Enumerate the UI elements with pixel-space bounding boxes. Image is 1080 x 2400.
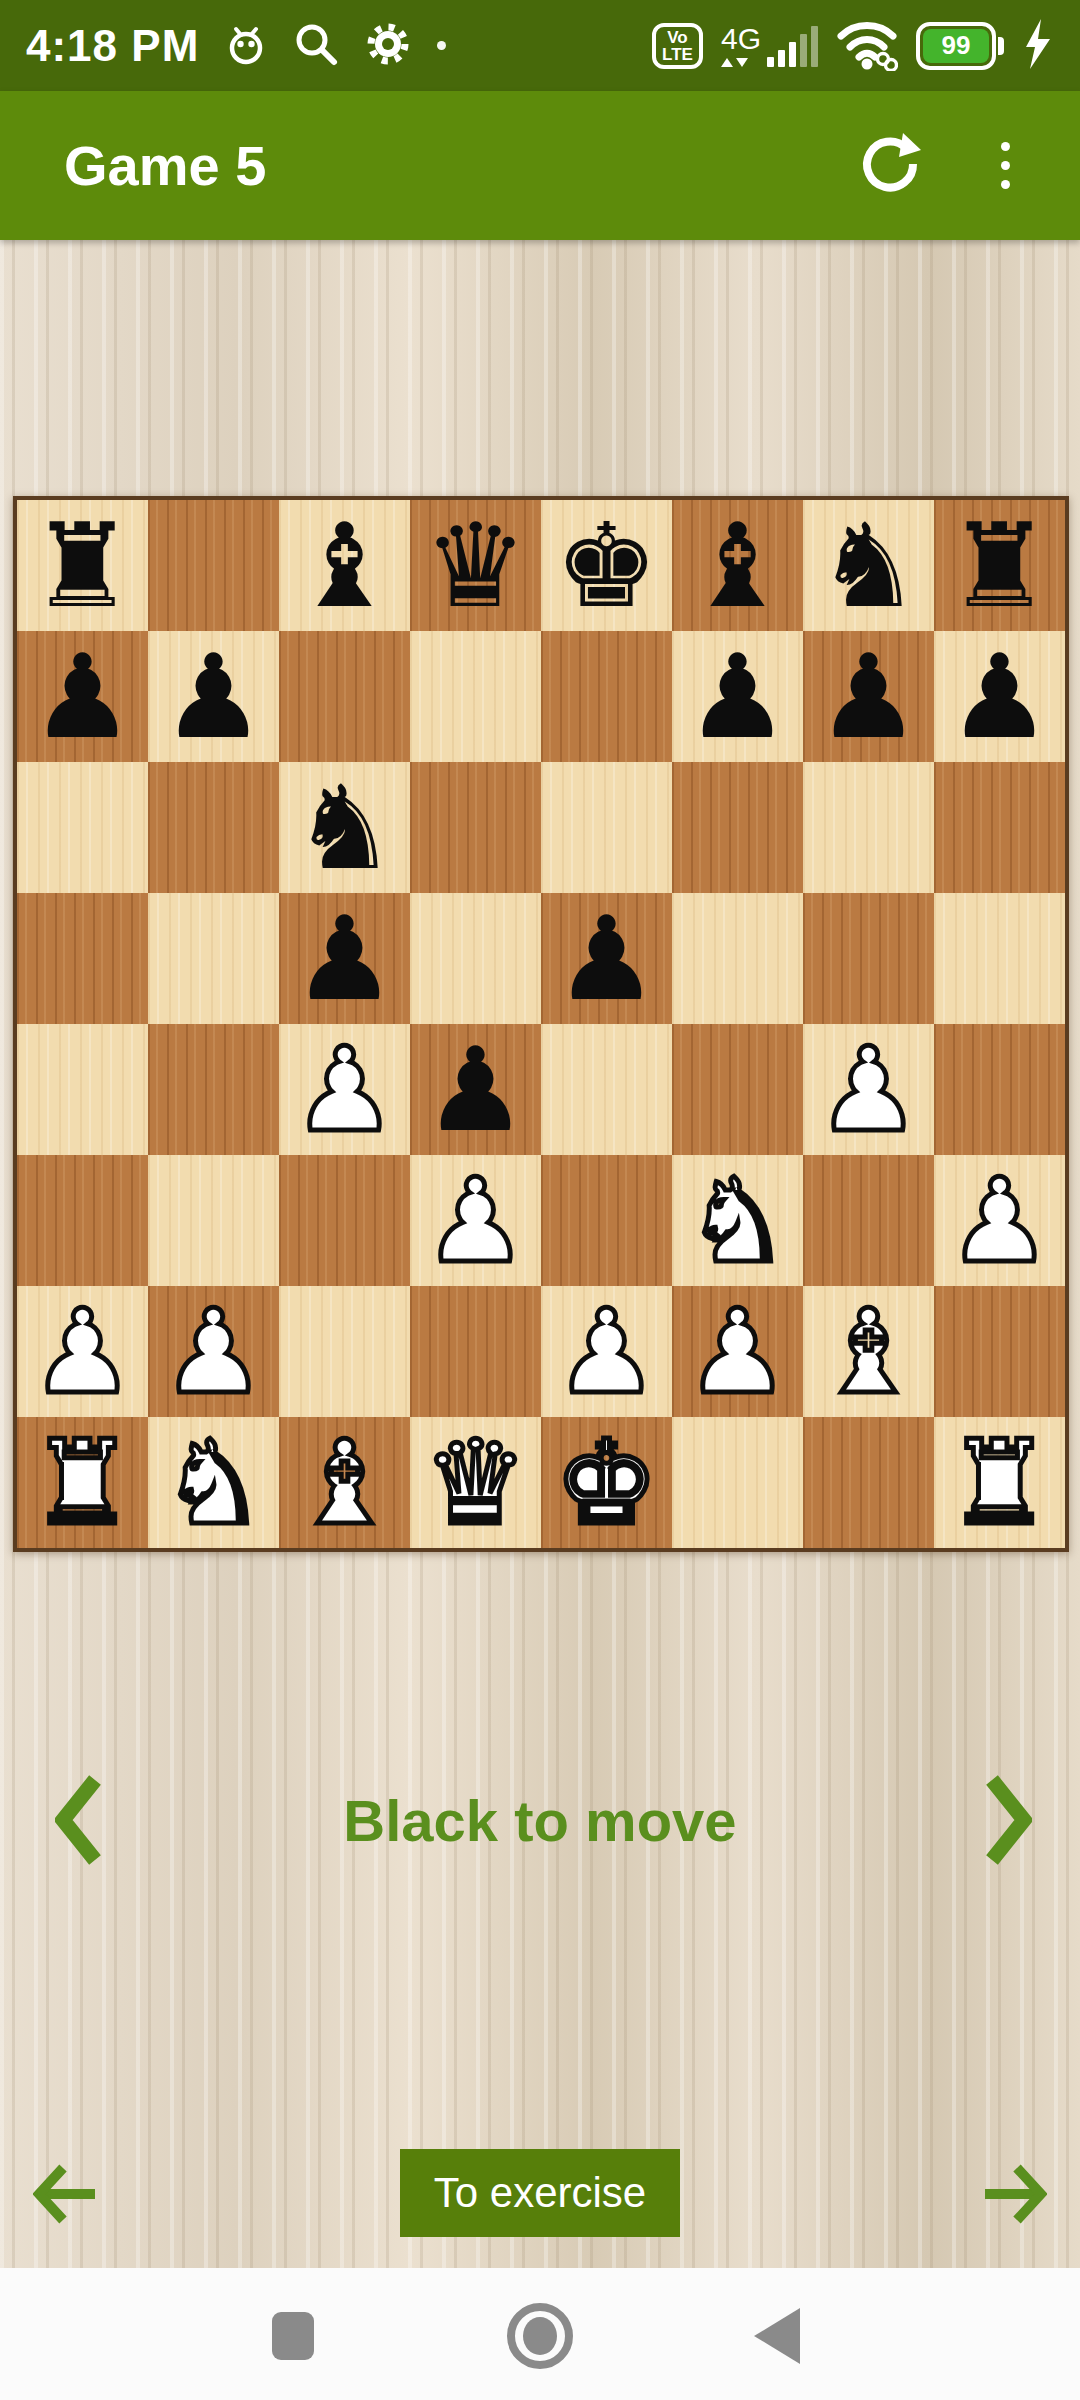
volte-badge-bottom: LTE bbox=[662, 46, 693, 63]
signal-bars-icon bbox=[767, 26, 818, 67]
navigation-bar bbox=[0, 2268, 1080, 2400]
black-bishop: ♝ bbox=[686, 500, 790, 631]
square-f5[interactable] bbox=[672, 893, 803, 1024]
chevron-right-icon bbox=[986, 1774, 1032, 1866]
white-king: ♚ bbox=[555, 1417, 659, 1548]
black-rook: ♜ bbox=[31, 500, 135, 631]
square-a8[interactable]: ♜ bbox=[17, 500, 148, 631]
move-status-text: Black to move bbox=[0, 1787, 1080, 1854]
black-pawn: ♟ bbox=[948, 631, 1052, 762]
app-bar: Game 5 bbox=[0, 91, 1080, 240]
square-b8[interactable] bbox=[148, 500, 279, 631]
square-a2[interactable]: ♟ bbox=[17, 1286, 148, 1417]
square-c7[interactable] bbox=[279, 631, 410, 762]
bug-icon bbox=[225, 21, 267, 71]
volte-badge-top: Vo bbox=[662, 29, 693, 46]
black-bishop: ♝ bbox=[293, 500, 397, 631]
black-pawn: ♟ bbox=[555, 893, 659, 1024]
square-g4[interactable]: ♟ bbox=[803, 1024, 934, 1155]
phone-screen: 4:18 PM bbox=[0, 0, 1080, 2400]
home-button[interactable] bbox=[507, 2303, 573, 2369]
square-h1[interactable]: ♜ bbox=[934, 1417, 1065, 1548]
black-pawn: ♟ bbox=[293, 893, 397, 1024]
square-e1[interactable]: ♚ bbox=[541, 1417, 672, 1548]
page-title: Game 5 bbox=[64, 133, 266, 198]
white-bishop: ♝ bbox=[293, 1417, 397, 1548]
status-right-icons: Vo LTE 4G bbox=[652, 17, 1054, 75]
square-d1[interactable]: ♛ bbox=[410, 1417, 541, 1548]
white-knight: ♞ bbox=[686, 1155, 790, 1286]
arrow-left-icon bbox=[33, 2164, 99, 2224]
square-g3[interactable] bbox=[803, 1155, 934, 1286]
square-h2[interactable] bbox=[934, 1286, 1065, 1417]
white-knight: ♞ bbox=[162, 1417, 266, 1548]
square-e2[interactable]: ♟ bbox=[541, 1286, 672, 1417]
square-c8[interactable]: ♝ bbox=[279, 500, 410, 631]
cellular-signal: 4G bbox=[721, 24, 818, 67]
move-navigation: Black to move bbox=[0, 1765, 1080, 1875]
square-a4[interactable] bbox=[17, 1024, 148, 1155]
black-rook: ♜ bbox=[948, 500, 1052, 631]
white-pawn: ♟ bbox=[293, 1024, 397, 1155]
status-bar: 4:18 PM bbox=[0, 0, 1080, 91]
black-pawn: ♟ bbox=[686, 631, 790, 762]
recents-button[interactable] bbox=[272, 2312, 314, 2360]
square-h6[interactable] bbox=[934, 762, 1065, 893]
square-b2[interactable]: ♟ bbox=[148, 1286, 279, 1417]
chess-board: ♜♝♛♚♝♞♜♟♟♟♟♟♞♟♟♟♟♟♟♞♟♟♟♟♟♝♜♞♝♛♚♜ bbox=[13, 496, 1069, 1552]
previous-game-button[interactable] bbox=[33, 2164, 99, 2224]
battery-level: 99 bbox=[923, 29, 989, 63]
square-a5[interactable] bbox=[17, 893, 148, 1024]
board-grid: ♜♝♛♚♝♞♜♟♟♟♟♟♞♟♟♟♟♟♟♞♟♟♟♟♟♝♜♞♝♛♚♜ bbox=[17, 500, 1065, 1548]
square-h3[interactable]: ♟ bbox=[934, 1155, 1065, 1286]
black-pawn: ♟ bbox=[162, 631, 266, 762]
square-h5[interactable] bbox=[934, 893, 1065, 1024]
refresh-button[interactable] bbox=[859, 133, 921, 199]
white-pawn: ♟ bbox=[948, 1155, 1052, 1286]
data-activity-icon bbox=[721, 58, 748, 67]
square-b7[interactable]: ♟ bbox=[148, 631, 279, 762]
square-c4[interactable]: ♟ bbox=[279, 1024, 410, 1155]
square-f6[interactable] bbox=[672, 762, 803, 893]
square-d7[interactable] bbox=[410, 631, 541, 762]
square-g8[interactable]: ♞ bbox=[803, 500, 934, 631]
next-move-button[interactable] bbox=[986, 1774, 1032, 1866]
white-queen: ♛ bbox=[424, 1417, 528, 1548]
square-b1[interactable]: ♞ bbox=[148, 1417, 279, 1548]
square-f1[interactable] bbox=[672, 1417, 803, 1548]
black-pawn: ♟ bbox=[817, 631, 921, 762]
square-a6[interactable] bbox=[17, 762, 148, 893]
white-bishop: ♝ bbox=[817, 1286, 921, 1417]
square-f7[interactable]: ♟ bbox=[672, 631, 803, 762]
white-pawn: ♟ bbox=[424, 1155, 528, 1286]
black-pawn: ♟ bbox=[424, 1024, 528, 1155]
square-g6[interactable] bbox=[803, 762, 934, 893]
square-b6[interactable] bbox=[148, 762, 279, 893]
square-f8[interactable]: ♝ bbox=[672, 500, 803, 631]
square-a3[interactable] bbox=[17, 1155, 148, 1286]
network-type-label: 4G bbox=[721, 24, 761, 54]
notification-dot-icon bbox=[437, 41, 446, 50]
square-d4[interactable]: ♟ bbox=[410, 1024, 541, 1155]
square-h7[interactable]: ♟ bbox=[934, 631, 1065, 762]
square-g7[interactable]: ♟ bbox=[803, 631, 934, 762]
square-e5[interactable]: ♟ bbox=[541, 893, 672, 1024]
white-pawn: ♟ bbox=[31, 1286, 135, 1417]
home-icon bbox=[523, 2317, 557, 2355]
square-g1[interactable] bbox=[803, 1417, 934, 1548]
square-d5[interactable] bbox=[410, 893, 541, 1024]
refresh-icon bbox=[859, 133, 921, 195]
black-king: ♚ bbox=[555, 500, 659, 631]
square-a1[interactable]: ♜ bbox=[17, 1417, 148, 1548]
charging-bolt-icon bbox=[1022, 19, 1054, 73]
square-f2[interactable]: ♟ bbox=[672, 1286, 803, 1417]
square-e8[interactable]: ♚ bbox=[541, 500, 672, 631]
white-rook: ♜ bbox=[31, 1417, 135, 1548]
square-e7[interactable] bbox=[541, 631, 672, 762]
square-h8[interactable]: ♜ bbox=[934, 500, 1065, 631]
black-knight: ♞ bbox=[817, 500, 921, 631]
overflow-menu-button[interactable] bbox=[995, 136, 1016, 195]
square-d8[interactable]: ♛ bbox=[410, 500, 541, 631]
square-c3[interactable] bbox=[279, 1155, 410, 1286]
black-knight: ♞ bbox=[293, 762, 397, 893]
square-d3[interactable]: ♟ bbox=[410, 1155, 541, 1286]
back-button[interactable] bbox=[754, 2308, 800, 2364]
black-pawn: ♟ bbox=[31, 631, 135, 762]
battery-nub bbox=[998, 37, 1004, 55]
square-f3[interactable]: ♞ bbox=[672, 1155, 803, 1286]
white-pawn: ♟ bbox=[686, 1286, 790, 1417]
square-e3[interactable] bbox=[541, 1155, 672, 1286]
search-icon bbox=[293, 21, 339, 71]
black-queen: ♛ bbox=[424, 500, 528, 631]
gear-icon bbox=[365, 21, 411, 71]
square-h4[interactable] bbox=[934, 1024, 1065, 1155]
square-b5[interactable] bbox=[148, 893, 279, 1024]
next-game-button[interactable] bbox=[981, 2164, 1047, 2224]
square-d6[interactable] bbox=[410, 762, 541, 893]
clock: 4:18 PM bbox=[26, 21, 199, 71]
square-a7[interactable]: ♟ bbox=[17, 631, 148, 762]
white-pawn: ♟ bbox=[162, 1286, 266, 1417]
square-c1[interactable]: ♝ bbox=[279, 1417, 410, 1548]
square-g5[interactable] bbox=[803, 893, 934, 1024]
white-rook: ♜ bbox=[948, 1417, 1052, 1548]
square-g2[interactable]: ♝ bbox=[803, 1286, 934, 1417]
square-c6[interactable]: ♞ bbox=[279, 762, 410, 893]
square-c5[interactable]: ♟ bbox=[279, 893, 410, 1024]
square-b4[interactable] bbox=[148, 1024, 279, 1155]
wifi-icon bbox=[836, 17, 898, 75]
square-d2[interactable] bbox=[410, 1286, 541, 1417]
square-f4[interactable] bbox=[672, 1024, 803, 1155]
arrow-right-icon bbox=[981, 2164, 1047, 2224]
square-b3[interactable] bbox=[148, 1155, 279, 1286]
volte-badge: Vo LTE bbox=[652, 23, 703, 69]
square-c2[interactable] bbox=[279, 1286, 410, 1417]
status-left-icons bbox=[225, 21, 446, 71]
square-e6[interactable] bbox=[541, 762, 672, 893]
white-pawn: ♟ bbox=[817, 1024, 921, 1155]
white-pawn: ♟ bbox=[555, 1286, 659, 1417]
square-e4[interactable] bbox=[541, 1024, 672, 1155]
battery-indicator: 99 bbox=[916, 22, 1004, 70]
to-exercise-button[interactable]: To exercise bbox=[400, 2149, 680, 2237]
